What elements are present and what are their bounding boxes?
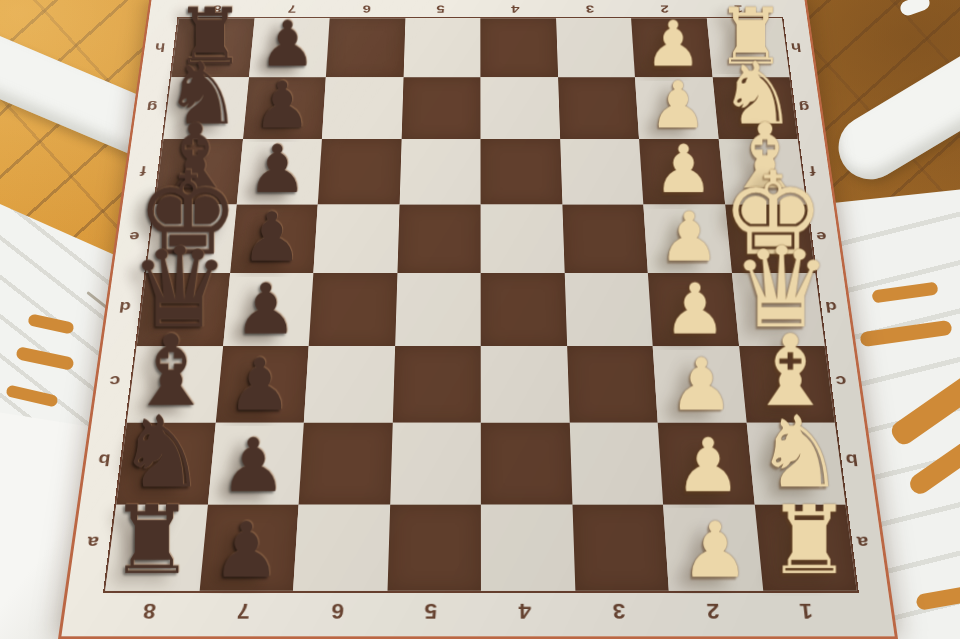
coord-1: 1 (757, 586, 857, 637)
rank-labels-top: 87654321 (179, 0, 777, 18)
square-e5[interactable] (397, 204, 481, 273)
square-h4[interactable] (480, 18, 557, 77)
coord-7: 7 (194, 586, 292, 637)
coord-8: 8 (99, 586, 199, 637)
coord-4: 4 (478, 586, 573, 637)
square-a7[interactable]: ♟ (199, 504, 298, 591)
coord-5: 5 (403, 0, 478, 18)
scene: 87654321 87654321 hgfedcba hgfedcba ♜♟♟♜… (0, 0, 960, 639)
coord-2: 2 (626, 0, 702, 18)
square-b5[interactable] (390, 423, 481, 505)
square-h5[interactable] (403, 18, 480, 77)
square-d5[interactable] (395, 273, 481, 346)
square-c5[interactable] (392, 346, 480, 423)
coord-2: 2 (664, 586, 762, 637)
square-f5[interactable] (399, 139, 480, 204)
coord-1: 1 (700, 0, 777, 18)
coord-3: 3 (552, 0, 627, 18)
coord-8: 8 (179, 0, 256, 18)
board-grid: ♜♟♟♜♞♟♟♞♝♟♟♝♚♟♟♚♛♟♟♛♝♟♟♝♞♟♟♞♜♟♟♜ (105, 18, 856, 591)
coord-3: 3 (571, 586, 667, 637)
square-g5[interactable] (401, 77, 480, 139)
square-g4[interactable] (480, 77, 559, 139)
square-f4[interactable] (480, 139, 561, 204)
square-b4[interactable] (481, 423, 572, 505)
coord-6: 6 (289, 586, 385, 637)
chess-board: 87654321 87654321 hgfedcba hgfedcba ♜♟♟♜… (58, 0, 898, 639)
square-a4[interactable] (481, 504, 575, 591)
square-a5[interactable] (387, 504, 481, 591)
square-c4[interactable] (481, 346, 570, 423)
coord-6: 6 (328, 0, 403, 18)
piece-black-pawn-b7[interactable]: ♟ (180, 427, 326, 501)
square-e4[interactable] (481, 204, 565, 273)
coord-7: 7 (254, 0, 330, 18)
rank-labels-bottom: 87654321 (99, 586, 856, 637)
square-b7[interactable]: ♟ (207, 423, 303, 505)
square-d4[interactable] (481, 273, 567, 346)
coord-4: 4 (478, 0, 553, 18)
coord-5: 5 (383, 586, 478, 637)
piece-black-pawn-a7[interactable]: ♟ (171, 512, 321, 589)
